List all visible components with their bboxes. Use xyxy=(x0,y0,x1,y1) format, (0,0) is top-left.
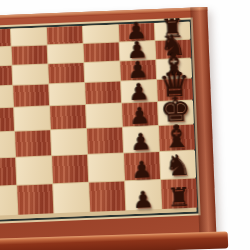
square-c6r4[interactable] xyxy=(85,81,121,103)
square-c4r2[interactable] xyxy=(12,45,48,64)
square-c7r4[interactable]: ♟ xyxy=(121,80,157,102)
square-c4r6[interactable] xyxy=(15,130,51,156)
square-c3r1[interactable] xyxy=(0,29,11,47)
chessboard: ♟♜♟♞♟♝♟♛♟♚♟♝♟♞♟♜ xyxy=(0,7,217,250)
square-c4r8[interactable] xyxy=(17,184,53,214)
board-inlay-border: ♟♜♟♞♟♝♟♛♟♚♟♝♟♞♟♜ xyxy=(0,20,199,225)
piece-dark-pawn[interactable]: ♟ xyxy=(131,158,153,182)
square-c5r4[interactable] xyxy=(49,83,85,105)
piece-dark-pawn[interactable]: ♟ xyxy=(128,80,150,104)
square-c4r7[interactable] xyxy=(16,156,52,184)
piece-dark-pawn[interactable]: ♟ xyxy=(129,104,151,128)
square-c6r6[interactable] xyxy=(87,127,123,153)
square-c3r8[interactable] xyxy=(0,186,17,216)
piece-dark-pawn[interactable]: ♟ xyxy=(133,188,155,212)
square-c4r3[interactable] xyxy=(12,64,48,84)
square-c5r2[interactable] xyxy=(48,44,84,63)
square-c4r1[interactable] xyxy=(11,27,47,45)
square-c7r6[interactable]: ♟ xyxy=(123,126,159,152)
square-c5r1[interactable] xyxy=(47,26,83,44)
square-c3r5[interactable] xyxy=(0,108,14,132)
chess-set-photo: ♟♜♟♞♟♝♟♛♟♚♟♝♟♞♟♜ xyxy=(0,0,250,250)
square-c7r3[interactable]: ♟ xyxy=(120,60,156,80)
square-c7r8[interactable]: ♟ xyxy=(125,180,161,210)
square-c5r5[interactable] xyxy=(50,105,86,129)
board-grid: ♟♜♟♞♟♝♟♛♟♚♟♝♟♞♟♜ xyxy=(0,22,196,223)
piece-dark-pawn[interactable]: ♟ xyxy=(130,130,152,154)
square-c3r2[interactable] xyxy=(0,47,11,66)
square-c6r2[interactable] xyxy=(84,43,120,62)
square-c5r6[interactable] xyxy=(51,129,87,155)
square-c3r7[interactable] xyxy=(0,158,16,186)
piece-dark-rook[interactable]: ♜ xyxy=(167,184,191,211)
square-c7r5[interactable]: ♟ xyxy=(122,102,158,126)
square-c3r4[interactable] xyxy=(0,86,13,108)
square-c4r5[interactable] xyxy=(14,106,50,130)
square-c6r5[interactable] xyxy=(86,103,122,127)
square-c5r7[interactable] xyxy=(52,155,88,183)
piece-dark-knight[interactable]: ♞ xyxy=(164,151,191,181)
square-c3r3[interactable] xyxy=(0,66,12,86)
square-c5r8[interactable] xyxy=(53,183,89,213)
square-c6r8[interactable] xyxy=(89,181,125,211)
square-c6r3[interactable] xyxy=(84,62,120,82)
square-c6r1[interactable] xyxy=(83,25,119,43)
square-c7r7[interactable]: ♟ xyxy=(124,152,160,180)
square-c6r7[interactable] xyxy=(88,153,124,181)
square-c4r4[interactable] xyxy=(13,84,49,106)
square-c8r8[interactable]: ♜ xyxy=(161,179,197,209)
square-c5r3[interactable] xyxy=(48,63,84,83)
square-c3r6[interactable] xyxy=(0,132,15,158)
square-c8r7[interactable]: ♞ xyxy=(160,151,196,179)
